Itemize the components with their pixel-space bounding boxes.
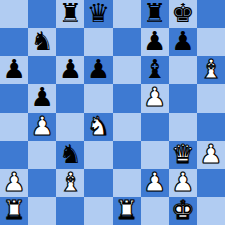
square-a7[interactable] bbox=[0, 28, 28, 56]
square-h4[interactable] bbox=[197, 113, 225, 141]
square-b7[interactable]: ♞ bbox=[28, 28, 56, 56]
square-h8[interactable] bbox=[197, 0, 225, 28]
square-e6[interactable] bbox=[113, 56, 141, 84]
white-pawn[interactable]: ♟ bbox=[171, 169, 194, 195]
square-d2[interactable] bbox=[84, 169, 112, 197]
square-a5[interactable] bbox=[0, 84, 28, 112]
square-a1[interactable]: ♜ bbox=[0, 197, 28, 225]
square-f2[interactable]: ♟ bbox=[141, 169, 169, 197]
square-f1[interactable] bbox=[141, 197, 169, 225]
square-g7[interactable]: ♟ bbox=[169, 28, 197, 56]
white-pawn[interactable]: ♟ bbox=[143, 169, 166, 195]
square-c4[interactable] bbox=[56, 113, 84, 141]
square-a4[interactable] bbox=[0, 113, 28, 141]
black-queen[interactable]: ♛ bbox=[87, 0, 110, 26]
square-c8[interactable]: ♜ bbox=[56, 0, 84, 28]
square-h5[interactable] bbox=[197, 84, 225, 112]
square-e4[interactable] bbox=[113, 113, 141, 141]
white-pawn[interactable]: ♟ bbox=[143, 84, 166, 110]
square-h3[interactable]: ♟ bbox=[197, 141, 225, 169]
white-pawn[interactable]: ♟ bbox=[199, 141, 222, 167]
chess-board: ♜♛♜♚♞♟♟♟♟♟♝♝♟♟♟♞♞♛♟♟♝♟♟♜♜♚ bbox=[0, 0, 225, 225]
square-b4[interactable]: ♟ bbox=[28, 113, 56, 141]
square-e5[interactable] bbox=[113, 84, 141, 112]
square-h1[interactable] bbox=[197, 197, 225, 225]
square-c7[interactable] bbox=[56, 28, 84, 56]
square-b1[interactable] bbox=[28, 197, 56, 225]
black-king[interactable]: ♚ bbox=[171, 0, 194, 26]
square-d7[interactable] bbox=[84, 28, 112, 56]
white-rook[interactable]: ♜ bbox=[115, 197, 138, 223]
square-h6[interactable]: ♝ bbox=[197, 56, 225, 84]
square-b5[interactable]: ♟ bbox=[28, 84, 56, 112]
black-bishop[interactable]: ♝ bbox=[143, 56, 166, 82]
white-rook[interactable]: ♜ bbox=[2, 197, 25, 223]
square-d1[interactable] bbox=[84, 197, 112, 225]
square-a8[interactable] bbox=[0, 0, 28, 28]
square-a3[interactable] bbox=[0, 141, 28, 169]
square-g2[interactable]: ♟ bbox=[169, 169, 197, 197]
white-pawn[interactable]: ♟ bbox=[31, 113, 54, 139]
square-e1[interactable]: ♜ bbox=[113, 197, 141, 225]
black-pawn[interactable]: ♟ bbox=[59, 56, 82, 82]
square-e3[interactable] bbox=[113, 141, 141, 169]
square-f3[interactable] bbox=[141, 141, 169, 169]
black-knight[interactable]: ♞ bbox=[31, 28, 54, 54]
square-b8[interactable] bbox=[28, 0, 56, 28]
white-queen[interactable]: ♛ bbox=[171, 141, 194, 167]
square-e7[interactable] bbox=[113, 28, 141, 56]
square-c6[interactable]: ♟ bbox=[56, 56, 84, 84]
white-pawn[interactable]: ♟ bbox=[2, 169, 25, 195]
square-e2[interactable] bbox=[113, 169, 141, 197]
square-f5[interactable]: ♟ bbox=[141, 84, 169, 112]
square-c2[interactable]: ♝ bbox=[56, 169, 84, 197]
black-rook[interactable]: ♜ bbox=[143, 0, 166, 26]
square-b2[interactable] bbox=[28, 169, 56, 197]
square-e8[interactable] bbox=[113, 0, 141, 28]
white-bishop[interactable]: ♝ bbox=[59, 169, 82, 195]
square-g4[interactable] bbox=[169, 113, 197, 141]
square-c1[interactable] bbox=[56, 197, 84, 225]
square-g3[interactable]: ♛ bbox=[169, 141, 197, 169]
square-d4[interactable]: ♞ bbox=[84, 113, 112, 141]
square-f8[interactable]: ♜ bbox=[141, 0, 169, 28]
white-king[interactable]: ♚ bbox=[171, 197, 194, 223]
white-bishop[interactable]: ♝ bbox=[199, 56, 222, 82]
square-d6[interactable]: ♟ bbox=[84, 56, 112, 84]
square-h7[interactable] bbox=[197, 28, 225, 56]
square-c5[interactable] bbox=[56, 84, 84, 112]
black-pawn[interactable]: ♟ bbox=[87, 56, 110, 82]
black-pawn[interactable]: ♟ bbox=[31, 84, 54, 110]
black-rook[interactable]: ♜ bbox=[59, 0, 82, 26]
square-b3[interactable] bbox=[28, 141, 56, 169]
square-f4[interactable] bbox=[141, 113, 169, 141]
square-f7[interactable]: ♟ bbox=[141, 28, 169, 56]
square-c3[interactable]: ♞ bbox=[56, 141, 84, 169]
square-g8[interactable]: ♚ bbox=[169, 0, 197, 28]
square-d3[interactable] bbox=[84, 141, 112, 169]
square-d5[interactable] bbox=[84, 84, 112, 112]
square-a2[interactable]: ♟ bbox=[0, 169, 28, 197]
square-g5[interactable] bbox=[169, 84, 197, 112]
square-h2[interactable] bbox=[197, 169, 225, 197]
square-d8[interactable]: ♛ bbox=[84, 0, 112, 28]
square-g6[interactable] bbox=[169, 56, 197, 84]
black-pawn[interactable]: ♟ bbox=[143, 28, 166, 54]
white-knight[interactable]: ♞ bbox=[87, 113, 110, 139]
square-b6[interactable] bbox=[28, 56, 56, 84]
square-a6[interactable]: ♟ bbox=[0, 56, 28, 84]
black-knight[interactable]: ♞ bbox=[59, 141, 82, 167]
black-pawn[interactable]: ♟ bbox=[2, 56, 25, 82]
square-f6[interactable]: ♝ bbox=[141, 56, 169, 84]
black-pawn[interactable]: ♟ bbox=[171, 28, 194, 54]
square-g1[interactable]: ♚ bbox=[169, 197, 197, 225]
